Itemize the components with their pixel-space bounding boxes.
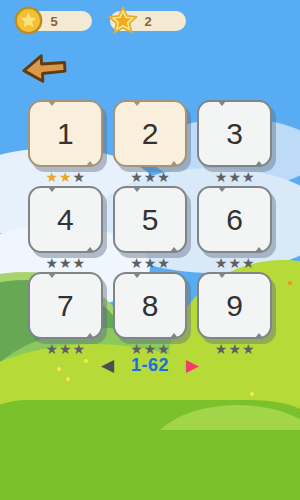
level-number: 1 [57, 119, 74, 149]
level-5-card[interactable]: 5 [113, 186, 188, 253]
level-number: 9 [226, 291, 243, 321]
star-empty-icon: ★ [157, 170, 170, 184]
level-cell: 4 ★★★ [28, 186, 103, 272]
level-select-screen: 5 2 1 ★★★ 2 ★★★ 3 [0, 0, 300, 500]
level-6-card[interactable]: 6 [197, 186, 272, 253]
star-empty-icon: ★ [157, 342, 170, 356]
level-stars: ★★★ [215, 254, 255, 272]
level-number: 8 [142, 291, 159, 321]
star-empty-icon: ★ [130, 170, 143, 184]
level-cell: 1 ★★★ [28, 100, 103, 186]
star-empty-icon: ★ [73, 342, 86, 356]
flower-dot [66, 377, 70, 381]
level-2-card[interactable]: 2 [113, 100, 188, 167]
flower-dot [288, 281, 292, 285]
level-number: 4 [57, 205, 74, 235]
star-empty-icon: ★ [73, 256, 86, 270]
level-1-card[interactable]: 1 [28, 100, 103, 167]
star-empty-icon: ★ [242, 342, 255, 356]
star-empty-icon: ★ [215, 170, 228, 184]
next-page-button[interactable]: ▶ [186, 357, 199, 374]
level-cell: 6 ★★★ [197, 186, 272, 272]
level-number: 3 [226, 119, 243, 149]
star-empty-icon: ★ [59, 342, 72, 356]
star-earned-icon: ★ [45, 170, 58, 184]
star-empty-icon: ★ [242, 256, 255, 270]
star-empty-icon: ★ [144, 170, 157, 184]
level-cell: 5 ★★★ [113, 186, 188, 272]
level-9-card[interactable]: 9 [197, 272, 272, 339]
back-button[interactable] [18, 48, 70, 91]
level-number: 7 [57, 291, 74, 321]
star-earned-icon: ★ [59, 170, 72, 184]
level-number: 5 [142, 205, 159, 235]
level-stars: ★★★ [45, 168, 85, 186]
star-empty-icon: ★ [130, 256, 143, 270]
level-stars: ★★★ [45, 254, 85, 272]
grass-light-patch [150, 405, 300, 500]
star-empty-icon: ★ [45, 342, 58, 356]
level-8-card[interactable]: 8 [113, 272, 188, 339]
star-empty-icon: ★ [59, 256, 72, 270]
level-cell: 3 ★★★ [197, 100, 272, 186]
level-number: 2 [142, 119, 159, 149]
level-cell: 2 ★★★ [113, 100, 188, 186]
level-cell: 7 ★★★ [28, 272, 103, 358]
level-cell: 9 ★★★ [197, 272, 272, 358]
level-stars: ★★★ [130, 254, 170, 272]
coin-icon [14, 6, 43, 35]
grass-green [0, 400, 300, 500]
star-empty-icon: ★ [242, 170, 255, 184]
star-empty-icon: ★ [45, 256, 58, 270]
star-empty-icon: ★ [130, 342, 143, 356]
star-empty-icon: ★ [228, 342, 241, 356]
page-range-label: 1-62 [131, 355, 169, 376]
star-empty-icon: ★ [215, 342, 228, 356]
star-empty-icon: ★ [73, 170, 86, 184]
level-stars: ★★★ [215, 168, 255, 186]
level-grid: 1 ★★★ 2 ★★★ 3 ★★★ 4 ★★★ 5 [28, 100, 272, 358]
level-7-card[interactable]: 7 [28, 272, 103, 339]
coin-count-value: 5 [50, 14, 57, 29]
star-count-value: 2 [144, 14, 151, 29]
flower-dot [250, 392, 254, 396]
star-empty-icon: ★ [228, 170, 241, 184]
level-cell: 8 ★★★ [113, 272, 188, 358]
star-icon [106, 4, 140, 38]
pager: ◀ 1-62 ▶ [0, 355, 300, 376]
star-empty-icon: ★ [157, 256, 170, 270]
grass-green [0, 430, 300, 500]
level-number: 6 [226, 205, 243, 235]
star-empty-icon: ★ [215, 256, 228, 270]
grass-yellow-green [0, 395, 300, 500]
level-4-card[interactable]: 4 [28, 186, 103, 253]
star-empty-icon: ★ [228, 256, 241, 270]
prev-page-button[interactable]: ◀ [101, 357, 114, 374]
star-empty-icon: ★ [144, 342, 157, 356]
level-stars: ★★★ [130, 168, 170, 186]
level-3-card[interactable]: 3 [197, 100, 272, 167]
star-empty-icon: ★ [144, 256, 157, 270]
